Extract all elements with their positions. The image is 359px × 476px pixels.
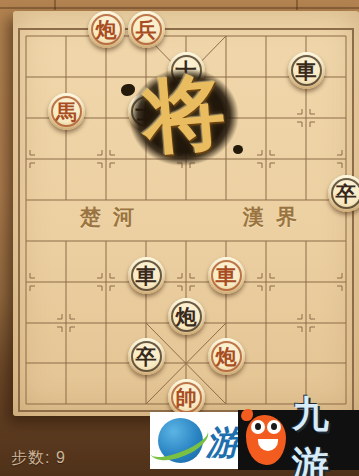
move-counter-value: 9 xyxy=(56,449,66,466)
globe-logo-icon xyxy=(158,418,203,463)
mascot-icon xyxy=(246,415,286,465)
brand-text: 九游 xyxy=(292,390,359,476)
partial-logo-text: 游 xyxy=(206,420,238,466)
piece-black-士[interactable]: 士 xyxy=(128,93,165,130)
piece-black-士[interactable]: 士 xyxy=(168,52,205,89)
piece-character: 卒 xyxy=(336,183,357,204)
piece-character: 帥 xyxy=(176,387,197,408)
piece-character: 卒 xyxy=(136,346,157,367)
piece-character: 兵 xyxy=(136,19,157,40)
watermark-banner[interactable]: 游 九游 xyxy=(150,410,359,470)
river-label-right: 漢界 xyxy=(243,203,309,231)
piece-character: 車 xyxy=(216,265,237,286)
piece-character: 士 xyxy=(136,101,157,122)
watermark-left-logo-box: 游 xyxy=(150,412,238,469)
piece-character: 馬 xyxy=(56,101,77,122)
piece-black-卒[interactable]: 卒 xyxy=(128,338,165,375)
piece-character: 炮 xyxy=(216,346,237,367)
piece-black-炮[interactable]: 炮 xyxy=(168,298,205,335)
move-counter-label: 步数: xyxy=(11,449,50,466)
mascot-mouth xyxy=(258,439,278,451)
piece-red-炮[interactable]: 炮 xyxy=(88,11,125,48)
piece-red-馬[interactable]: 馬 xyxy=(48,93,85,130)
piece-character: 炮 xyxy=(96,19,117,40)
watermark-right-box: 九游 xyxy=(238,410,359,470)
piece-red-兵[interactable]: 兵 xyxy=(128,11,165,48)
river-label-left: 楚河 xyxy=(80,203,146,231)
piece-black-卒[interactable]: 卒 xyxy=(328,175,359,212)
mascot-eye xyxy=(251,420,265,434)
piece-red-炮[interactable]: 炮 xyxy=(208,338,245,375)
move-counter: 步数: 9 xyxy=(11,448,66,469)
piece-character: 士 xyxy=(176,60,197,81)
piece-black-車[interactable]: 車 xyxy=(128,257,165,294)
piece-character: 車 xyxy=(136,265,157,286)
piece-red-車[interactable]: 車 xyxy=(208,257,245,294)
piece-character: 車 xyxy=(296,60,317,81)
mascot-eye xyxy=(267,420,281,434)
piece-character: 炮 xyxy=(176,306,197,327)
piece-black-車[interactable]: 車 xyxy=(288,52,325,89)
